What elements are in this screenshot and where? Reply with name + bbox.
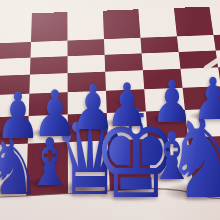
piece-e2-pawn[interactable]: ♟ xyxy=(103,75,151,135)
piece-g2-pawn[interactable]: ♟ xyxy=(190,70,220,128)
chess-photo-scene: ♞♝♛♚♝♞♟♟♟♟♟♟ xyxy=(0,0,220,220)
piece-f2-pawn[interactable]: ♟ xyxy=(149,73,195,131)
